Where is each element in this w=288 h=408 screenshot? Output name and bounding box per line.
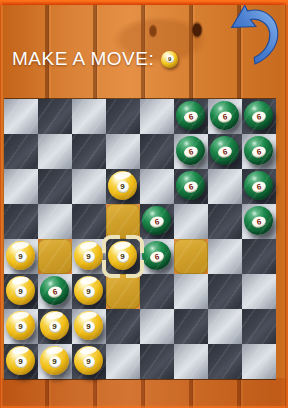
board-cell[interactable]: 9 xyxy=(38,309,72,344)
ball-number: 6 xyxy=(216,145,232,159)
yellow-ball[interactable]: 9 xyxy=(40,311,69,340)
green-ball[interactable]: 6 xyxy=(176,101,205,130)
ball-number: 6 xyxy=(182,180,198,194)
highlight-move-square[interactable] xyxy=(174,239,208,274)
ball-number: 6 xyxy=(182,145,198,159)
yellow-ball[interactable]: 9 xyxy=(74,276,103,305)
board-cell[interactable] xyxy=(174,274,208,309)
board-cell[interactable] xyxy=(242,344,276,379)
board-cell[interactable] xyxy=(140,274,174,309)
ball-number: 6 xyxy=(148,250,164,264)
board-cell[interactable] xyxy=(140,309,174,344)
board-cell[interactable] xyxy=(242,309,276,344)
ball-number: 9 xyxy=(83,286,95,298)
ball-number: 6 xyxy=(46,285,62,299)
yellow-ball[interactable]: 9 xyxy=(74,346,103,375)
green-ball[interactable]: 6 xyxy=(244,171,273,200)
ball-number: 6 xyxy=(250,145,266,159)
board-cell[interactable] xyxy=(106,134,140,169)
ball-number: 9 xyxy=(83,356,95,368)
ball-number: 9 xyxy=(49,356,61,368)
undo-arrow-icon xyxy=(228,5,284,65)
board-cell[interactable] xyxy=(140,134,174,169)
board-cell[interactable]: 6 xyxy=(242,204,276,239)
board-cell[interactable] xyxy=(72,169,106,204)
highlight-move-square[interactable] xyxy=(106,274,140,309)
board-cell[interactable]: 9 xyxy=(106,239,140,274)
green-ball[interactable]: 6 xyxy=(244,101,273,130)
ball-number: 6 xyxy=(148,215,164,229)
highlight-move-square[interactable] xyxy=(38,239,72,274)
board-cell[interactable]: 6 xyxy=(140,239,174,274)
board-cell[interactable] xyxy=(106,309,140,344)
board-cell[interactable] xyxy=(140,169,174,204)
ball-number: 6 xyxy=(182,110,198,124)
ball-number: 6 xyxy=(250,110,266,124)
ball-number: 9 xyxy=(15,286,27,298)
ball-number: 9 xyxy=(49,321,61,333)
turn-indicator-ball-icon: 9 xyxy=(161,51,178,68)
board-cell[interactable]: 6 xyxy=(242,169,276,204)
board-cell[interactable] xyxy=(4,99,38,134)
board-cell[interactable] xyxy=(208,274,242,309)
green-ball[interactable]: 6 xyxy=(142,206,171,235)
yellow-ball[interactable]: 9 xyxy=(74,311,103,340)
ball-number: 9 xyxy=(117,181,129,193)
green-ball[interactable]: 6 xyxy=(176,171,205,200)
yellow-ball[interactable]: 9 xyxy=(108,171,137,200)
yellow-ball[interactable]: 9 xyxy=(6,311,35,340)
page-title: MAKE A MOVE: xyxy=(12,48,154,70)
board-cell[interactable]: 6 xyxy=(242,134,276,169)
board-cell[interactable]: 6 xyxy=(174,169,208,204)
board-cell[interactable] xyxy=(208,169,242,204)
board-cell[interactable] xyxy=(242,239,276,274)
board-cell[interactable]: 9 xyxy=(4,309,38,344)
board-cell[interactable] xyxy=(208,239,242,274)
board-cell[interactable]: 6 xyxy=(174,134,208,169)
ball-number: 9 xyxy=(83,321,95,333)
green-ball[interactable]: 6 xyxy=(176,136,205,165)
board-cell[interactable] xyxy=(72,134,106,169)
ball-number: 9 xyxy=(83,251,95,263)
board-cell[interactable] xyxy=(72,99,106,134)
board-cell[interactable] xyxy=(242,274,276,309)
board-cell[interactable]: 9 xyxy=(38,344,72,379)
board-cell[interactable]: 6 xyxy=(38,274,72,309)
ball-number: 9 xyxy=(15,251,27,263)
board-cell[interactable]: 9 xyxy=(4,344,38,379)
board-cell[interactable] xyxy=(4,169,38,204)
board-cell[interactable] xyxy=(4,134,38,169)
board-cell[interactable] xyxy=(174,309,208,344)
board-cell[interactable] xyxy=(208,204,242,239)
yellow-ball[interactable]: 9 xyxy=(6,241,35,270)
board-cell[interactable] xyxy=(174,204,208,239)
yellow-ball[interactable]: 9 xyxy=(108,241,137,270)
board-cell[interactable]: 9 xyxy=(72,344,106,379)
game-window: { "game": "Ugolki (Corners) checkers var… xyxy=(0,0,288,408)
header: MAKE A MOVE: 9 xyxy=(12,46,178,72)
board-cell[interactable] xyxy=(208,344,242,379)
yellow-ball[interactable]: 9 xyxy=(6,276,35,305)
board-cell[interactable] xyxy=(174,344,208,379)
yellow-ball[interactable]: 9 xyxy=(40,346,69,375)
board-cell[interactable]: 9 xyxy=(72,309,106,344)
board-cell[interactable]: 6 xyxy=(140,204,174,239)
board-cell[interactable] xyxy=(38,134,72,169)
undo-button[interactable] xyxy=(228,5,284,65)
yellow-ball[interactable]: 9 xyxy=(74,241,103,270)
green-ball[interactable]: 6 xyxy=(210,136,239,165)
ball-number: 6 xyxy=(250,215,266,229)
board-cell[interactable]: 9 xyxy=(4,239,38,274)
board-cell[interactable]: 9 xyxy=(4,274,38,309)
green-ball[interactable]: 6 xyxy=(244,206,273,235)
game-board: 666666966669996969999999 xyxy=(4,99,276,379)
board-cell[interactable]: 9 xyxy=(72,274,106,309)
board-cell[interactable]: 6 xyxy=(208,134,242,169)
yellow-ball[interactable]: 9 xyxy=(6,346,35,375)
board-cell[interactable]: 9 xyxy=(106,169,140,204)
board-cell[interactable]: 6 xyxy=(174,99,208,134)
board-cell[interactable]: 6 xyxy=(208,99,242,134)
wood-bottom-panel xyxy=(0,378,288,408)
ball-number: 6 xyxy=(250,180,266,194)
green-ball[interactable]: 6 xyxy=(40,276,69,305)
board-cell[interactable] xyxy=(140,99,174,134)
board-cell[interactable] xyxy=(140,344,174,379)
ball-number: 9 xyxy=(15,356,27,368)
green-ball[interactable]: 6 xyxy=(142,241,171,270)
turn-ball-number: 9 xyxy=(166,55,174,63)
board-cell[interactable] xyxy=(106,99,140,134)
ball-number: 9 xyxy=(15,321,27,333)
board-cell[interactable] xyxy=(38,99,72,134)
ball-number: 9 xyxy=(117,251,129,263)
board-cell[interactable]: 6 xyxy=(242,99,276,134)
board-cell[interactable] xyxy=(106,344,140,379)
board-cell[interactable] xyxy=(38,169,72,204)
board-cell[interactable] xyxy=(208,309,242,344)
board-cell[interactable] xyxy=(38,204,72,239)
board-cell[interactable]: 9 xyxy=(72,239,106,274)
board-cell[interactable] xyxy=(4,204,38,239)
green-ball[interactable]: 6 xyxy=(210,101,239,130)
highlight-move-square[interactable] xyxy=(106,204,140,239)
ball-number: 6 xyxy=(216,110,232,124)
board-cell[interactable] xyxy=(72,204,106,239)
green-ball[interactable]: 6 xyxy=(244,136,273,165)
